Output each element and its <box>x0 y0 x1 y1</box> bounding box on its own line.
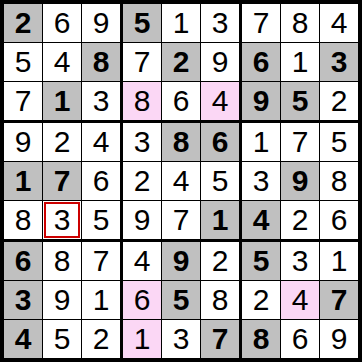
cell-digit: 4 <box>173 166 190 196</box>
cell-r4c2[interactable]: 2 <box>43 121 81 161</box>
cell-r4c3[interactable]: 4 <box>82 121 120 161</box>
cell-r5c8[interactable]: 9 <box>281 162 319 200</box>
cell-digit: 6 <box>134 285 151 315</box>
cell-r6c9[interactable]: 6 <box>320 201 358 239</box>
cell-r9c9[interactable]: 9 <box>320 320 358 358</box>
cell-digit: 3 <box>15 285 32 315</box>
cell-digit: 6 <box>15 246 32 276</box>
cell-digit: 5 <box>331 127 348 157</box>
cell-r3c3[interactable]: 3 <box>82 82 120 120</box>
cell-digit: 9 <box>134 205 151 235</box>
cell-digit: 8 <box>15 205 32 235</box>
cell-r4c5[interactable]: 8 <box>162 121 200 161</box>
cell-r7c7[interactable]: 5 <box>240 240 280 280</box>
cell-r7c1[interactable]: 6 <box>4 240 42 280</box>
cell-r2c1[interactable]: 5 <box>4 43 42 81</box>
cell-digit: 8 <box>253 324 270 354</box>
cell-r1c7[interactable]: 7 <box>240 4 280 42</box>
cell-r7c9[interactable]: 1 <box>320 240 358 280</box>
cell-digit: 8 <box>292 8 309 38</box>
cell-r9c6[interactable]: 7 <box>201 320 239 358</box>
cell-digit: 7 <box>134 47 151 77</box>
cell-r4c1[interactable]: 9 <box>4 121 42 161</box>
cell-r2c4[interactable]: 7 <box>121 43 161 81</box>
cell-r2c6[interactable]: 9 <box>201 43 239 81</box>
cell-digit: 2 <box>253 285 270 315</box>
cell-r6c6[interactable]: 1 <box>201 201 239 239</box>
cell-r3c8[interactable]: 5 <box>281 82 319 120</box>
cell-r9c5[interactable]: 3 <box>162 320 200 358</box>
cell-digit: 1 <box>212 205 229 235</box>
cell-digit: 4 <box>54 47 71 77</box>
cell-digit: 3 <box>93 86 110 116</box>
cell-r9c3[interactable]: 2 <box>82 320 120 358</box>
cell-r8c6[interactable]: 8 <box>201 281 239 319</box>
cell-r8c9[interactable]: 7 <box>320 281 358 319</box>
cell-r8c7[interactable]: 2 <box>240 281 280 319</box>
cell-digit: 3 <box>253 166 270 196</box>
cell-digit: 3 <box>173 324 190 354</box>
cell-r1c6[interactable]: 3 <box>201 4 239 42</box>
cell-digit: 7 <box>54 166 71 196</box>
cell-digit: 6 <box>331 205 348 235</box>
cell-r8c2[interactable]: 9 <box>43 281 81 319</box>
cell-digit: 8 <box>173 127 190 157</box>
cell-digit: 8 <box>331 166 348 196</box>
cell-digit: 4 <box>134 246 151 276</box>
cell-r9c4[interactable]: 1 <box>121 320 161 358</box>
cell-r6c5[interactable]: 7 <box>162 201 200 239</box>
cell-digit: 6 <box>54 8 71 38</box>
cell-digit: 1 <box>173 8 190 38</box>
cell-digit: 5 <box>93 205 110 235</box>
cell-digit: 4 <box>212 86 229 116</box>
cell-r1c8[interactable]: 8 <box>281 4 319 42</box>
cell-digit: 2 <box>134 166 151 196</box>
cell-r6c3[interactable]: 5 <box>82 201 120 239</box>
cell-digit: 5 <box>292 86 309 116</box>
cell-r9c1[interactable]: 4 <box>4 320 42 358</box>
cell-r8c5[interactable]: 5 <box>162 281 200 319</box>
cell-digit: 9 <box>15 127 32 157</box>
cell-digit: 1 <box>93 285 110 315</box>
cell-r8c3[interactable]: 1 <box>82 281 120 319</box>
cell-digit: 6 <box>173 86 190 116</box>
cell-r8c8[interactable]: 4 <box>281 281 319 319</box>
cell-r6c4[interactable]: 9 <box>121 201 161 239</box>
cell-r6c2[interactable]: 3 <box>43 201 81 239</box>
cell-digit: 2 <box>212 246 229 276</box>
cell-digit: 7 <box>212 324 229 354</box>
cell-r2c7[interactable]: 6 <box>240 43 280 81</box>
cell-r5c2[interactable]: 7 <box>43 162 81 200</box>
cell-r2c5[interactable]: 2 <box>162 43 200 81</box>
cell-digit: 9 <box>212 47 229 77</box>
cell-r3c4[interactable]: 8 <box>121 82 161 120</box>
cell-digit: 9 <box>54 285 71 315</box>
cell-digit: 7 <box>93 246 110 276</box>
cell-r4c4[interactable]: 3 <box>121 121 161 161</box>
cell-digit: 1 <box>331 246 348 276</box>
cell-digit: 5 <box>54 324 71 354</box>
cell-digit: 9 <box>292 166 309 196</box>
cell-r1c2[interactable]: 6 <box>43 4 81 42</box>
cell-digit: 3 <box>212 8 229 38</box>
cell-r2c2[interactable]: 4 <box>43 43 81 81</box>
cell-r7c3[interactable]: 7 <box>82 240 120 280</box>
cell-r9c7[interactable]: 8 <box>240 320 280 358</box>
cell-digit: 2 <box>292 205 309 235</box>
cell-r7c5[interactable]: 9 <box>162 240 200 280</box>
cell-digit: 5 <box>134 8 151 38</box>
cell-r7c4[interactable]: 4 <box>121 240 161 280</box>
cell-r1c3[interactable]: 9 <box>82 4 120 42</box>
cell-r9c2[interactable]: 5 <box>43 320 81 358</box>
cell-r8c4[interactable]: 6 <box>121 281 161 319</box>
cell-r7c6[interactable]: 2 <box>201 240 239 280</box>
cell-digit: 8 <box>54 246 71 276</box>
cell-digit: 2 <box>331 86 348 116</box>
cell-r6c7[interactable]: 4 <box>240 201 280 239</box>
cell-digit: 1 <box>15 166 32 196</box>
cell-digit: 7 <box>253 8 270 38</box>
cell-r8c1[interactable]: 3 <box>4 281 42 319</box>
cell-digit: 4 <box>93 127 110 157</box>
cell-digit: 3 <box>331 47 348 77</box>
cell-digit: 1 <box>292 47 309 77</box>
cell-digit: 5 <box>15 47 32 77</box>
cell-r6c8[interactable]: 2 <box>281 201 319 239</box>
cell-digit: 4 <box>331 8 348 38</box>
cell-digit: 6 <box>93 166 110 196</box>
cell-digit: 4 <box>253 205 270 235</box>
cell-r4c8[interactable]: 7 <box>281 121 319 161</box>
cell-r3c6[interactable]: 4 <box>201 82 239 120</box>
cell-digit: 2 <box>54 127 71 157</box>
cell-digit: 9 <box>253 86 270 116</box>
sudoku-board: 2695137845487296137138649529243861751762… <box>0 0 362 362</box>
cell-digit: 8 <box>93 47 110 77</box>
cell-r3c5[interactable]: 6 <box>162 82 200 120</box>
cell-r1c1[interactable]: 2 <box>4 4 42 42</box>
cell-digit: 2 <box>173 47 190 77</box>
cell-digit: 3 <box>134 127 151 157</box>
cell-digit: 2 <box>93 324 110 354</box>
cell-r7c2[interactable]: 8 <box>43 240 81 280</box>
cell-r7c8[interactable]: 3 <box>281 240 319 280</box>
cell-digit: 3 <box>292 246 309 276</box>
cell-r2c3[interactable]: 8 <box>82 43 120 81</box>
cell-r4c6[interactable]: 6 <box>201 121 239 161</box>
cell-r6c1[interactable]: 8 <box>4 201 42 239</box>
cell-digit: 6 <box>292 324 309 354</box>
cell-digit: 8 <box>212 285 229 315</box>
cell-r5c4[interactable]: 2 <box>121 162 161 200</box>
cell-digit: 1 <box>134 324 151 354</box>
cell-r3c7[interactable]: 9 <box>240 82 280 120</box>
cell-digit: 4 <box>15 324 32 354</box>
cell-digit: 5 <box>173 285 190 315</box>
cell-digit: 4 <box>292 285 309 315</box>
cell-digit: 8 <box>134 86 151 116</box>
cell-digit: 7 <box>173 205 190 235</box>
cell-digit: 9 <box>93 8 110 38</box>
cell-digit: 9 <box>173 246 190 276</box>
cell-digit: 9 <box>331 324 348 354</box>
cell-digit: 6 <box>253 47 270 77</box>
cell-r5c5[interactable]: 4 <box>162 162 200 200</box>
cell-digit: 7 <box>292 127 309 157</box>
cell-digit: 7 <box>15 86 32 116</box>
cell-r2c9[interactable]: 3 <box>320 43 358 81</box>
cell-r5c6[interactable]: 5 <box>201 162 239 200</box>
cell-r4c7[interactable]: 1 <box>240 121 280 161</box>
cell-r3c9[interactable]: 2 <box>320 82 358 120</box>
cell-r3c2[interactable]: 1 <box>43 82 81 120</box>
cell-digit: 1 <box>253 127 270 157</box>
cell-digit: 5 <box>253 246 270 276</box>
cell-r9c8[interactable]: 6 <box>281 320 319 358</box>
cell-r1c4[interactable]: 5 <box>121 4 161 42</box>
cell-digit: 2 <box>15 8 32 38</box>
cell-digit: 1 <box>54 86 71 116</box>
cell-r2c8[interactable]: 1 <box>281 43 319 81</box>
cell-r1c9[interactable]: 4 <box>320 4 358 42</box>
cell-r5c1[interactable]: 1 <box>4 162 42 200</box>
cell-digit: 6 <box>212 127 229 157</box>
cell-r4c9[interactable]: 5 <box>320 121 358 161</box>
cell-r1c5[interactable]: 1 <box>162 4 200 42</box>
cell-r3c1[interactable]: 7 <box>4 82 42 120</box>
cell-digit: 7 <box>331 285 348 315</box>
cell-digit: 3 <box>54 205 71 235</box>
cell-r5c3[interactable]: 6 <box>82 162 120 200</box>
cell-r5c9[interactable]: 8 <box>320 162 358 200</box>
cell-digit: 5 <box>212 166 229 196</box>
cell-r5c7[interactable]: 3 <box>240 162 280 200</box>
